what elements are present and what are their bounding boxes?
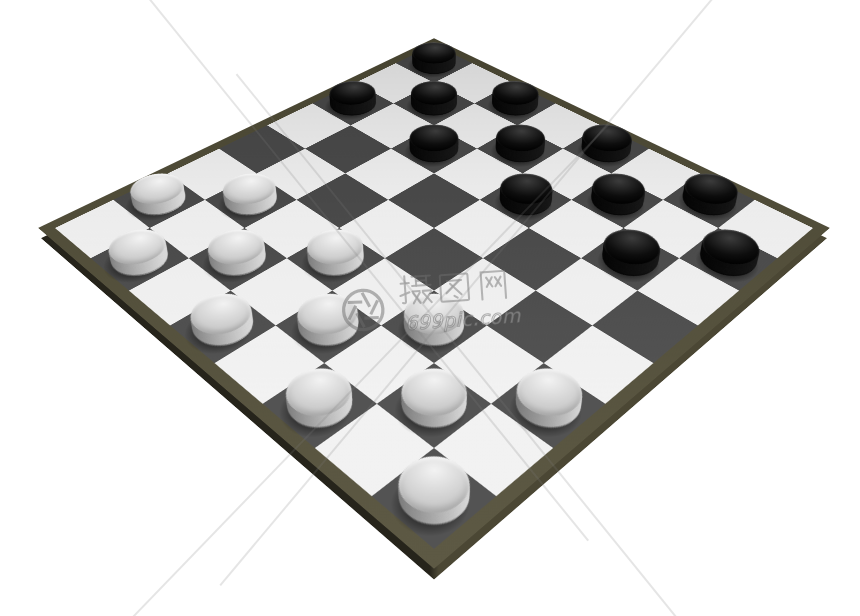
checker-piece-white[interactable] (389, 371, 479, 438)
checker-piece-white[interactable] (392, 298, 475, 355)
checker-piece-black[interactable] (591, 234, 669, 283)
page: 摄图网 699pic.com (0, 0, 860, 616)
checker-piece-white[interactable] (297, 234, 375, 283)
checker-piece-white[interactable] (101, 234, 179, 283)
checkers-board (38, 38, 830, 569)
checker-piece-black[interactable] (689, 234, 767, 283)
board-scene (0, 0, 860, 616)
checker-piece-white[interactable] (199, 234, 277, 283)
checker-piece-white[interactable] (287, 298, 370, 355)
